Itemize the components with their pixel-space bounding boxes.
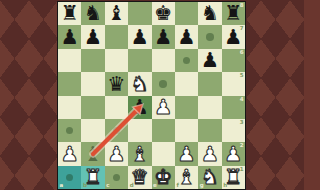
square-b1[interactable]: ♜b bbox=[81, 166, 104, 189]
square-h8[interactable]: ♜8 bbox=[222, 2, 245, 25]
square-d3[interactable] bbox=[128, 119, 151, 142]
square-a4[interactable] bbox=[58, 96, 81, 119]
file-label-d: d bbox=[130, 183, 134, 189]
square-g2[interactable]: ♟ bbox=[198, 142, 221, 165]
move-dest-dot-e5[interactable] bbox=[159, 80, 167, 88]
square-f5[interactable] bbox=[175, 72, 198, 95]
move-dest-dot-f6[interactable] bbox=[183, 57, 191, 65]
square-a2[interactable]: ♟ bbox=[58, 142, 81, 165]
square-e3[interactable] bbox=[152, 119, 175, 142]
square-g3[interactable] bbox=[198, 119, 221, 142]
square-c8[interactable]: ♝ bbox=[105, 2, 128, 25]
square-b4[interactable] bbox=[81, 96, 104, 119]
square-g8[interactable]: ♞ bbox=[198, 2, 221, 25]
square-b7[interactable]: ♟ bbox=[81, 25, 104, 48]
square-g5[interactable] bbox=[198, 72, 221, 95]
black-knight[interactable]: ♞ bbox=[81, 2, 104, 25]
square-e7[interactable]: ♟ bbox=[152, 25, 175, 48]
black-knight[interactable]: ♞ bbox=[198, 2, 221, 25]
file-label-h: h bbox=[223, 183, 227, 189]
square-f8[interactable] bbox=[175, 2, 198, 25]
square-b5[interactable] bbox=[81, 72, 104, 95]
file-label-c: c bbox=[106, 183, 109, 189]
black-pawn[interactable]: ♟ bbox=[128, 25, 151, 48]
rank-label-2: 2 bbox=[240, 143, 244, 149]
square-b3[interactable] bbox=[81, 119, 104, 142]
black-rook[interactable]: ♜ bbox=[58, 2, 81, 25]
white-pawn[interactable]: ♟ bbox=[198, 142, 221, 165]
square-f2[interactable]: ♟ bbox=[175, 142, 198, 165]
rank-label-7: 7 bbox=[240, 26, 244, 32]
square-h4[interactable]: 4 bbox=[222, 96, 245, 119]
file-label-b: b bbox=[83, 183, 87, 189]
square-c6[interactable] bbox=[105, 49, 128, 72]
square-e2[interactable] bbox=[152, 142, 175, 165]
square-h1[interactable]: ♜1h bbox=[222, 166, 245, 189]
white-knight[interactable]: ♞ bbox=[128, 72, 151, 95]
square-d4[interactable]: ♟ bbox=[128, 96, 151, 119]
white-pawn[interactable]: ♟ bbox=[58, 142, 81, 165]
square-h6[interactable]: 6 bbox=[222, 49, 245, 72]
move-dest-dot-c3[interactable] bbox=[113, 127, 121, 135]
square-a5[interactable] bbox=[58, 72, 81, 95]
black-pawn[interactable]: ♟ bbox=[175, 25, 198, 48]
square-h3[interactable]: 3 bbox=[222, 119, 245, 142]
move-dest-dot-a1[interactable] bbox=[66, 174, 74, 182]
square-c5[interactable]: ♛ bbox=[105, 72, 128, 95]
square-d8[interactable] bbox=[128, 2, 151, 25]
square-d7[interactable]: ♟ bbox=[128, 25, 151, 48]
square-f1[interactable]: ♝f bbox=[175, 166, 198, 189]
square-f3[interactable] bbox=[175, 119, 198, 142]
rank-label-6: 6 bbox=[240, 50, 244, 56]
black-bishop-ghost[interactable]: ♝ bbox=[81, 142, 104, 165]
square-g7[interactable] bbox=[198, 25, 221, 48]
file-label-e: e bbox=[153, 183, 157, 189]
square-a1[interactable]: a bbox=[58, 166, 81, 189]
square-e4[interactable]: ♟ bbox=[152, 96, 175, 119]
chess-board[interactable]: ♜♞♝♚♞♜8♟♟♟♟♟♟7♟6♛♞5♟♟43♟♝♟♝♟♟♟2a♜bc♛d♚e♝… bbox=[57, 1, 246, 190]
black-pawn[interactable]: ♟ bbox=[198, 49, 221, 72]
file-label-a: a bbox=[60, 183, 64, 189]
square-c4[interactable] bbox=[105, 96, 128, 119]
white-pawn[interactable]: ♟ bbox=[152, 96, 175, 119]
square-f7[interactable]: ♟ bbox=[175, 25, 198, 48]
square-f6[interactable] bbox=[175, 49, 198, 72]
square-b8[interactable]: ♞ bbox=[81, 2, 104, 25]
black-bishop[interactable]: ♝ bbox=[105, 2, 128, 25]
square-c3[interactable] bbox=[105, 119, 128, 142]
square-h7[interactable]: ♟7 bbox=[222, 25, 245, 48]
black-queen[interactable]: ♛ bbox=[105, 72, 128, 95]
square-a7[interactable]: ♟ bbox=[58, 25, 81, 48]
rank-label-3: 3 bbox=[240, 120, 244, 126]
square-c1[interactable]: c bbox=[105, 166, 128, 189]
square-h2[interactable]: ♟2 bbox=[222, 142, 245, 165]
move-dest-dot-c1[interactable] bbox=[113, 174, 121, 182]
square-e1[interactable]: ♚e bbox=[152, 166, 175, 189]
square-b2[interactable]: ♝ bbox=[81, 142, 104, 165]
black-pawn[interactable]: ♟ bbox=[81, 25, 104, 48]
move-dest-dot-a3[interactable] bbox=[66, 127, 74, 135]
black-pawn[interactable]: ♟ bbox=[152, 25, 175, 48]
square-a3[interactable] bbox=[58, 119, 81, 142]
square-b6[interactable] bbox=[81, 49, 104, 72]
square-d1[interactable]: ♛d bbox=[128, 166, 151, 189]
rank-label-1: 1 bbox=[240, 167, 244, 173]
file-label-g: g bbox=[200, 183, 204, 189]
square-d5[interactable]: ♞ bbox=[128, 72, 151, 95]
square-e8[interactable]: ♚ bbox=[152, 2, 175, 25]
square-g1[interactable]: ♞g bbox=[198, 166, 221, 189]
square-d2[interactable]: ♝ bbox=[128, 142, 151, 165]
square-h5[interactable]: 5 bbox=[222, 72, 245, 95]
white-pawn[interactable]: ♟ bbox=[105, 142, 128, 165]
square-c2[interactable]: ♟ bbox=[105, 142, 128, 165]
square-c7[interactable] bbox=[105, 25, 128, 48]
rank-label-5: 5 bbox=[240, 73, 244, 79]
square-a8[interactable]: ♜ bbox=[58, 2, 81, 25]
black-king[interactable]: ♚ bbox=[152, 2, 175, 25]
square-g6[interactable]: ♟ bbox=[198, 49, 221, 72]
square-e6[interactable] bbox=[152, 49, 175, 72]
file-label-f: f bbox=[176, 183, 178, 189]
square-g4[interactable] bbox=[198, 96, 221, 119]
white-pawn[interactable]: ♟ bbox=[175, 142, 198, 165]
move-dest-dot-g7[interactable] bbox=[206, 33, 214, 41]
black-pawn[interactable]: ♟ bbox=[58, 25, 81, 48]
white-bishop[interactable]: ♝ bbox=[128, 142, 151, 165]
square-f4[interactable] bbox=[175, 96, 198, 119]
square-a6[interactable] bbox=[58, 49, 81, 72]
rank-label-8: 8 bbox=[240, 3, 244, 9]
square-e5[interactable] bbox=[152, 72, 175, 95]
rank-label-4: 4 bbox=[240, 97, 244, 103]
black-pawn[interactable]: ♟ bbox=[128, 96, 151, 119]
square-d6[interactable] bbox=[128, 49, 151, 72]
